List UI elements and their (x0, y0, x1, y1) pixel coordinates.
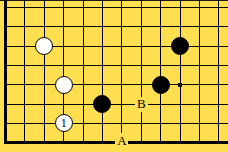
white-stone-D4 (55, 76, 73, 94)
move-number: 1 (61, 117, 67, 129)
intersections-grid: AB1 (0, 0, 228, 152)
black-stone-J4 (152, 76, 170, 94)
black-stone-F3 (93, 95, 111, 113)
point-label-B-H3: B (135, 97, 148, 112)
point-label-A-G1: A (115, 133, 128, 148)
black-stone-K6 (171, 37, 189, 55)
white-stone-C6 (35, 37, 53, 55)
go-board: AB1 (0, 0, 228, 152)
white-stone-D2-move-1: 1 (55, 114, 73, 132)
